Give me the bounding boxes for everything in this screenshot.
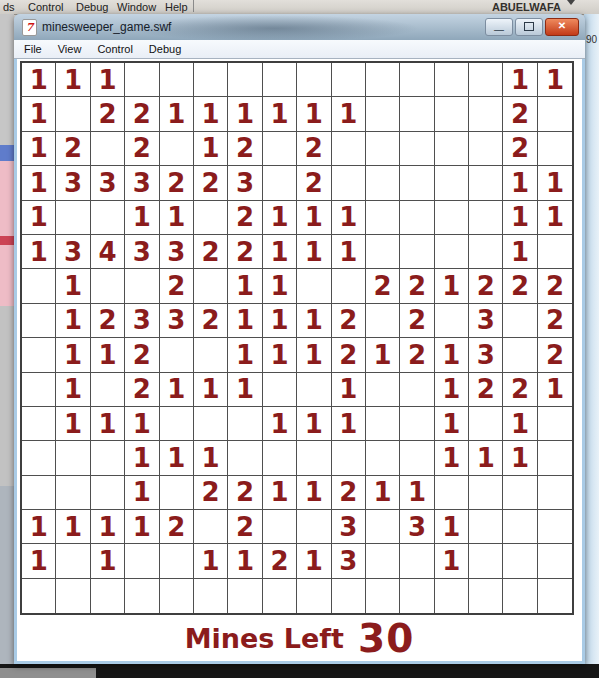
cell-r5c5[interactable]: 1 xyxy=(160,201,194,235)
mines-left-count: 30 xyxy=(358,616,414,661)
cell-r15c16[interactable] xyxy=(538,544,572,578)
cell-r12c13[interactable]: 1 xyxy=(435,441,469,475)
background-gray-block xyxy=(0,306,14,486)
cell-r4c6[interactable]: 2 xyxy=(194,166,228,200)
cell-r16c11[interactable] xyxy=(366,579,400,613)
cell-r10c16[interactable]: 1 xyxy=(538,373,572,407)
cell-r12c6[interactable]: 1 xyxy=(194,441,228,475)
cell-r4c14[interactable] xyxy=(469,166,503,200)
cell-r12c7[interactable] xyxy=(228,441,262,475)
menu-item-view[interactable]: View xyxy=(58,40,82,58)
cell-r3c3[interactable] xyxy=(91,132,125,166)
cell-r2c7[interactable]: 1 xyxy=(228,97,262,131)
cell-r9c16[interactable]: 2 xyxy=(538,338,572,372)
window-title: minesweeper_game.swf xyxy=(42,14,171,40)
cell-r1c11[interactable] xyxy=(366,63,400,97)
cell-r1c9[interactable] xyxy=(297,63,331,97)
cell-r16c6[interactable] xyxy=(194,579,228,613)
cell-r4c11[interactable] xyxy=(366,166,400,200)
cell-r15c14[interactable] xyxy=(469,544,503,578)
maximize-icon xyxy=(524,22,534,31)
cell-r16c14[interactable] xyxy=(469,579,503,613)
user-account-label[interactable]: ABUELWAFA xyxy=(492,0,561,14)
maximize-button[interactable] xyxy=(515,18,543,36)
cell-r2c3[interactable]: 2 xyxy=(91,97,125,131)
cell-r8c1[interactable] xyxy=(22,304,56,338)
cell-r15c7[interactable]: 1 xyxy=(228,544,262,578)
cell-r7c12[interactable]: 2 xyxy=(400,269,434,303)
cell-r10c15[interactable]: 2 xyxy=(503,373,537,407)
cell-r5c11[interactable] xyxy=(366,201,400,235)
ruler-label: 90 xyxy=(586,34,597,45)
cell-r13c5[interactable] xyxy=(160,476,194,510)
flash-player-window: 7 minesweeper_game.swf — ✕ File View Con… xyxy=(14,14,585,664)
cell-r3c5[interactable] xyxy=(160,132,194,166)
cell-r7c9[interactable] xyxy=(297,269,331,303)
cell-r15c5[interactable] xyxy=(160,544,194,578)
cell-r9c14[interactable]: 3 xyxy=(469,338,503,372)
cell-r11c4[interactable]: 1 xyxy=(125,407,159,441)
cell-r9c4[interactable]: 2 xyxy=(125,338,159,372)
cell-r11c10[interactable]: 1 xyxy=(332,407,366,441)
cell-r16c10[interactable] xyxy=(332,579,366,613)
cell-r4c10[interactable] xyxy=(332,166,366,200)
cell-r14c3[interactable]: 1 xyxy=(91,510,125,544)
cell-r1c3[interactable]: 1 xyxy=(91,63,125,97)
background-pink-block xyxy=(0,161,14,306)
cell-r11c6[interactable] xyxy=(194,407,228,441)
background-right-strip: 90 xyxy=(584,14,599,665)
cell-r7c1[interactable] xyxy=(22,269,56,303)
cell-r7c14[interactable]: 2 xyxy=(469,269,503,303)
cell-r14c1[interactable]: 1 xyxy=(22,510,56,544)
mines-left-status: Mines Left 30 xyxy=(17,615,582,661)
cell-r7c4[interactable] xyxy=(125,269,159,303)
cell-r16c2[interactable] xyxy=(56,579,90,613)
cell-r15c1[interactable]: 1 xyxy=(22,544,56,578)
cell-r11c1[interactable] xyxy=(22,407,56,441)
cell-r6c1[interactable]: 1 xyxy=(22,235,56,269)
cell-r12c9[interactable] xyxy=(297,441,331,475)
cell-r12c15[interactable]: 1 xyxy=(503,441,537,475)
cell-r12c10[interactable] xyxy=(332,441,366,475)
cell-r15c15[interactable] xyxy=(503,544,537,578)
cell-r1c14[interactable] xyxy=(469,63,503,97)
cell-r8c13[interactable] xyxy=(435,304,469,338)
cell-r9c13[interactable]: 1 xyxy=(435,338,469,372)
cell-r16c3[interactable] xyxy=(91,579,125,613)
window-menubar: File View Control Debug xyxy=(14,40,585,59)
cell-r6c2[interactable]: 3 xyxy=(56,235,90,269)
cell-r13c2[interactable] xyxy=(56,476,90,510)
cell-r6c6[interactable]: 2 xyxy=(194,235,228,269)
cell-r15c6[interactable]: 1 xyxy=(194,544,228,578)
cell-r10c12[interactable] xyxy=(400,373,434,407)
cell-r3c15[interactable]: 2 xyxy=(503,132,537,166)
cell-r10c1[interactable] xyxy=(22,373,56,407)
cell-r2c9[interactable]: 1 xyxy=(297,97,331,131)
minimize-button[interactable]: — xyxy=(485,18,513,36)
cell-r1c5[interactable] xyxy=(160,63,194,97)
cell-r1c7[interactable] xyxy=(228,63,262,97)
cell-r1c15[interactable]: 1 xyxy=(503,63,537,97)
background-bottom-band xyxy=(0,664,599,678)
cell-r2c11[interactable] xyxy=(366,97,400,131)
cell-r14c16[interactable] xyxy=(538,510,572,544)
flash-player-icon: 7 xyxy=(22,19,37,36)
window-titlebar[interactable]: 7 minesweeper_game.swf — ✕ xyxy=(14,14,585,40)
cell-r14c14[interactable] xyxy=(469,510,503,544)
cell-r8c15[interactable] xyxy=(503,304,537,338)
cell-r11c13[interactable]: 1 xyxy=(435,407,469,441)
cell-r9c12[interactable]: 2 xyxy=(400,338,434,372)
cell-r4c5[interactable]: 2 xyxy=(160,166,194,200)
cell-r3c8[interactable] xyxy=(263,132,297,166)
cell-r16c16[interactable] xyxy=(538,579,572,613)
cell-r14c15[interactable] xyxy=(503,510,537,544)
cell-r4c1[interactable]: 1 xyxy=(22,166,56,200)
cell-r1c8[interactable] xyxy=(263,63,297,97)
cell-r12c3[interactable] xyxy=(91,441,125,475)
background-blue-block xyxy=(0,145,14,161)
cell-r3c7[interactable]: 2 xyxy=(228,132,262,166)
cell-r5c7[interactable]: 2 xyxy=(228,201,262,235)
cell-r12c5[interactable]: 1 xyxy=(160,441,194,475)
cell-r8c12[interactable]: 2 xyxy=(400,304,434,338)
cell-r16c5[interactable] xyxy=(160,579,194,613)
cell-r12c2[interactable] xyxy=(56,441,90,475)
cell-r13c12[interactable]: 1 xyxy=(400,476,434,510)
mines-left-label: Mines Left xyxy=(185,623,344,654)
cell-r14c13[interactable]: 1 xyxy=(435,510,469,544)
background-left-strip xyxy=(0,14,14,665)
cell-r4c15[interactable]: 1 xyxy=(503,166,537,200)
cell-r4c16[interactable]: 1 xyxy=(538,166,572,200)
cell-r6c4[interactable]: 3 xyxy=(125,235,159,269)
cell-r9c8[interactable]: 1 xyxy=(263,338,297,372)
close-button[interactable]: ✕ xyxy=(545,18,579,36)
cell-r10c9[interactable] xyxy=(297,373,331,407)
cell-r16c7[interactable] xyxy=(228,579,262,613)
background-menubar: ds Control Debug Window Help ABUELWAFA xyxy=(0,0,599,15)
cell-r6c11[interactable] xyxy=(366,235,400,269)
cell-r4c4[interactable]: 3 xyxy=(125,166,159,200)
cell-r14c8[interactable] xyxy=(263,510,297,544)
cell-r3c1[interactable]: 1 xyxy=(22,132,56,166)
cell-r8c10[interactable]: 2 xyxy=(332,304,366,338)
cell-r14c5[interactable]: 2 xyxy=(160,510,194,544)
cell-r9c6[interactable] xyxy=(194,338,228,372)
cell-r5c3[interactable] xyxy=(91,201,125,235)
cell-r5c14[interactable] xyxy=(469,201,503,235)
cell-r10c5[interactable]: 1 xyxy=(160,373,194,407)
cell-r13c4[interactable]: 1 xyxy=(125,476,159,510)
cell-r4c12[interactable] xyxy=(400,166,434,200)
cell-r13c3[interactable] xyxy=(91,476,125,510)
cell-r6c14[interactable] xyxy=(469,235,503,269)
chevron-down-icon[interactable] xyxy=(567,0,575,5)
cell-r6c16[interactable] xyxy=(538,235,572,269)
cell-r6c10[interactable]: 1 xyxy=(332,235,366,269)
cell-r9c9[interactable]: 1 xyxy=(297,338,331,372)
background-taskbar-fragment xyxy=(0,668,96,678)
cell-r14c2[interactable]: 1 xyxy=(56,510,90,544)
cell-r1c13[interactable] xyxy=(435,63,469,97)
cell-r13c7[interactable]: 2 xyxy=(228,476,262,510)
cell-r6c3[interactable]: 4 xyxy=(91,235,125,269)
background-bluegray-block xyxy=(0,486,14,665)
cell-r13c16[interactable] xyxy=(538,476,572,510)
cell-r6c13[interactable] xyxy=(435,235,469,269)
cell-r12c16[interactable] xyxy=(538,441,572,475)
cell-r11c5[interactable] xyxy=(160,407,194,441)
cell-r13c14[interactable] xyxy=(469,476,503,510)
cell-r7c6[interactable] xyxy=(194,269,228,303)
cell-r11c12[interactable] xyxy=(400,407,434,441)
cell-r10c4[interactable]: 2 xyxy=(125,373,159,407)
bg-menu-item-ds[interactable]: ds xyxy=(3,0,15,14)
cell-r14c12[interactable]: 3 xyxy=(400,510,434,544)
cell-r4c3[interactable]: 3 xyxy=(91,166,125,200)
cell-r5c15[interactable]: 1 xyxy=(503,201,537,235)
cell-r10c10[interactable]: 1 xyxy=(332,373,366,407)
cell-r5c9[interactable]: 1 xyxy=(297,201,331,235)
cell-r15c12[interactable] xyxy=(400,544,434,578)
cell-r7c7[interactable]: 1 xyxy=(228,269,262,303)
cell-r1c1[interactable]: 1 xyxy=(22,63,56,97)
cell-r1c16[interactable]: 1 xyxy=(538,63,572,97)
cell-r5c16[interactable]: 1 xyxy=(538,201,572,235)
cell-r3c14[interactable] xyxy=(469,132,503,166)
cell-r11c11[interactable] xyxy=(366,407,400,441)
cell-r4c2[interactable]: 3 xyxy=(56,166,90,200)
cell-r3c16[interactable] xyxy=(538,132,572,166)
cell-r2c10[interactable]: 1 xyxy=(332,97,366,131)
cell-r15c2[interactable] xyxy=(56,544,90,578)
cell-r8c2[interactable]: 1 xyxy=(56,304,90,338)
cell-r7c5[interactable]: 2 xyxy=(160,269,194,303)
cell-r8c9[interactable]: 1 xyxy=(297,304,331,338)
cell-r5c13[interactable] xyxy=(435,201,469,235)
cell-r8c7[interactable]: 1 xyxy=(228,304,262,338)
cell-r9c3[interactable]: 1 xyxy=(91,338,125,372)
cell-r1c12[interactable] xyxy=(400,63,434,97)
cell-r9c7[interactable]: 1 xyxy=(228,338,262,372)
cell-r7c3[interactable] xyxy=(91,269,125,303)
cell-r4c13[interactable] xyxy=(435,166,469,200)
cell-r12c8[interactable] xyxy=(263,441,297,475)
cell-r6c9[interactable]: 1 xyxy=(297,235,331,269)
cell-r3c11[interactable] xyxy=(366,132,400,166)
cell-r8c8[interactable]: 1 xyxy=(263,304,297,338)
cell-r10c13[interactable]: 1 xyxy=(435,373,469,407)
cell-r10c6[interactable]: 1 xyxy=(194,373,228,407)
cell-r2c16[interactable] xyxy=(538,97,572,131)
cell-r5c4[interactable]: 1 xyxy=(125,201,159,235)
cell-r7c13[interactable]: 1 xyxy=(435,269,469,303)
cell-r1c10[interactable] xyxy=(332,63,366,97)
cell-r5c6[interactable] xyxy=(194,201,228,235)
cell-r2c8[interactable]: 1 xyxy=(263,97,297,131)
cell-r8c3[interactable]: 2 xyxy=(91,304,125,338)
cell-r13c9[interactable]: 1 xyxy=(297,476,331,510)
cell-r3c2[interactable]: 2 xyxy=(56,132,90,166)
cell-r8c11[interactable] xyxy=(366,304,400,338)
cell-r10c11[interactable] xyxy=(366,373,400,407)
cell-r12c11[interactable] xyxy=(366,441,400,475)
cell-r8c5[interactable]: 3 xyxy=(160,304,194,338)
cell-r9c1[interactable] xyxy=(22,338,56,372)
cell-r5c1[interactable]: 1 xyxy=(22,201,56,235)
cell-r11c16[interactable] xyxy=(538,407,572,441)
menu-item-control[interactable]: Control xyxy=(97,40,132,58)
cell-r7c8[interactable]: 1 xyxy=(263,269,297,303)
cell-r15c4[interactable] xyxy=(125,544,159,578)
cell-r7c11[interactable]: 2 xyxy=(366,269,400,303)
cell-r13c6[interactable]: 2 xyxy=(194,476,228,510)
cell-r14c9[interactable] xyxy=(297,510,331,544)
cell-r12c12[interactable] xyxy=(400,441,434,475)
cell-r2c2[interactable] xyxy=(56,97,90,131)
cell-r10c14[interactable]: 2 xyxy=(469,373,503,407)
cell-r11c14[interactable] xyxy=(469,407,503,441)
cell-r3c6[interactable]: 1 xyxy=(194,132,228,166)
cell-r2c15[interactable]: 2 xyxy=(503,97,537,131)
cell-r6c12[interactable] xyxy=(400,235,434,269)
cell-r11c15[interactable]: 1 xyxy=(503,407,537,441)
game-stage: 1111112211111121221222133322321111121111… xyxy=(17,59,582,661)
cell-r9c15[interactable] xyxy=(503,338,537,372)
cell-r13c10[interactable]: 2 xyxy=(332,476,366,510)
board: 1111112211111121221222133322321111121111… xyxy=(20,61,574,615)
cell-r8c14[interactable]: 3 xyxy=(469,304,503,338)
cell-r11c9[interactable]: 1 xyxy=(297,407,331,441)
cell-r10c8[interactable] xyxy=(263,373,297,407)
cell-r16c9[interactable] xyxy=(297,579,331,613)
cell-r14c7[interactable]: 2 xyxy=(228,510,262,544)
cell-r10c2[interactable]: 1 xyxy=(56,373,90,407)
cell-r16c8[interactable] xyxy=(263,579,297,613)
cell-r14c10[interactable]: 3 xyxy=(332,510,366,544)
cell-r14c4[interactable]: 1 xyxy=(125,510,159,544)
cell-r15c11[interactable] xyxy=(366,544,400,578)
cell-r5c10[interactable]: 1 xyxy=(332,201,366,235)
menu-item-debug[interactable]: Debug xyxy=(149,40,181,58)
cell-r14c11[interactable] xyxy=(366,510,400,544)
cell-r7c15[interactable]: 2 xyxy=(503,269,537,303)
cell-r2c13[interactable] xyxy=(435,97,469,131)
cell-r2c12[interactable] xyxy=(400,97,434,131)
background-red-line xyxy=(0,236,14,245)
cell-r10c3[interactable] xyxy=(91,373,125,407)
cell-r7c2[interactable]: 1 xyxy=(56,269,90,303)
cell-r15c13[interactable]: 1 xyxy=(435,544,469,578)
cell-r2c5[interactable]: 1 xyxy=(160,97,194,131)
cell-r11c7[interactable] xyxy=(228,407,262,441)
cell-r15c10[interactable]: 3 xyxy=(332,544,366,578)
cell-r3c9[interactable]: 2 xyxy=(297,132,331,166)
cell-r4c8[interactable] xyxy=(263,166,297,200)
cell-r6c8[interactable]: 1 xyxy=(263,235,297,269)
cell-r16c13[interactable] xyxy=(435,579,469,613)
cell-r7c16[interactable]: 2 xyxy=(538,269,572,303)
cell-r2c14[interactable] xyxy=(469,97,503,131)
menubar-separator xyxy=(193,0,194,12)
cell-r3c4[interactable]: 2 xyxy=(125,132,159,166)
cell-r1c4[interactable] xyxy=(125,63,159,97)
cell-r6c5[interactable]: 3 xyxy=(160,235,194,269)
cell-r5c2[interactable] xyxy=(56,201,90,235)
bg-menu-item-control[interactable]: Control xyxy=(28,0,63,14)
cell-r13c1[interactable] xyxy=(22,476,56,510)
cell-r16c1[interactable] xyxy=(22,579,56,613)
cell-r9c5[interactable] xyxy=(160,338,194,372)
cell-r8c16[interactable]: 2 xyxy=(538,304,572,338)
cell-r16c15[interactable] xyxy=(503,579,537,613)
cell-r10c7[interactable]: 1 xyxy=(228,373,262,407)
bg-menu-item-debug[interactable]: Debug xyxy=(76,0,108,14)
cell-r11c3[interactable]: 1 xyxy=(91,407,125,441)
cell-r4c7[interactable]: 3 xyxy=(228,166,262,200)
cell-r8c6[interactable]: 2 xyxy=(194,304,228,338)
cell-r13c15[interactable] xyxy=(503,476,537,510)
cell-r6c15[interactable]: 1 xyxy=(503,235,537,269)
cell-r13c8[interactable]: 1 xyxy=(263,476,297,510)
cell-r4c9[interactable]: 2 xyxy=(297,166,331,200)
cell-r1c6[interactable] xyxy=(194,63,228,97)
cell-r15c9[interactable]: 1 xyxy=(297,544,331,578)
cell-r5c12[interactable] xyxy=(400,201,434,235)
cell-r12c4[interactable]: 1 xyxy=(125,441,159,475)
cell-r7c10[interactable] xyxy=(332,269,366,303)
bg-menu-item-help[interactable]: Help xyxy=(165,0,188,14)
cell-r13c11[interactable]: 1 xyxy=(366,476,400,510)
cell-r16c4[interactable] xyxy=(125,579,159,613)
cell-r3c10[interactable] xyxy=(332,132,366,166)
cell-r2c4[interactable]: 2 xyxy=(125,97,159,131)
cell-r12c1[interactable] xyxy=(22,441,56,475)
cell-r2c1[interactable]: 1 xyxy=(22,97,56,131)
cell-r15c3[interactable]: 1 xyxy=(91,544,125,578)
cell-r14c6[interactable] xyxy=(194,510,228,544)
cell-r16c12[interactable] xyxy=(400,579,434,613)
cell-r2c6[interactable]: 1 xyxy=(194,97,228,131)
cell-r5c8[interactable]: 1 xyxy=(263,201,297,235)
cell-r6c7[interactable]: 2 xyxy=(228,235,262,269)
cell-r1c2[interactable]: 1 xyxy=(56,63,90,97)
cell-r11c2[interactable]: 1 xyxy=(56,407,90,441)
cell-r12c14[interactable]: 1 xyxy=(469,441,503,475)
cell-r9c10[interactable]: 2 xyxy=(332,338,366,372)
cell-r15c8[interactable]: 2 xyxy=(263,544,297,578)
cell-r3c12[interactable] xyxy=(400,132,434,166)
cell-r11c8[interactable]: 1 xyxy=(263,407,297,441)
cell-r9c11[interactable]: 1 xyxy=(366,338,400,372)
cell-r3c13[interactable] xyxy=(435,132,469,166)
cell-r9c2[interactable]: 1 xyxy=(56,338,90,372)
cell-r8c4[interactable]: 3 xyxy=(125,304,159,338)
menu-item-file[interactable]: File xyxy=(24,40,42,58)
cell-r13c13[interactable] xyxy=(435,476,469,510)
bg-menu-item-window[interactable]: Window xyxy=(117,0,156,14)
